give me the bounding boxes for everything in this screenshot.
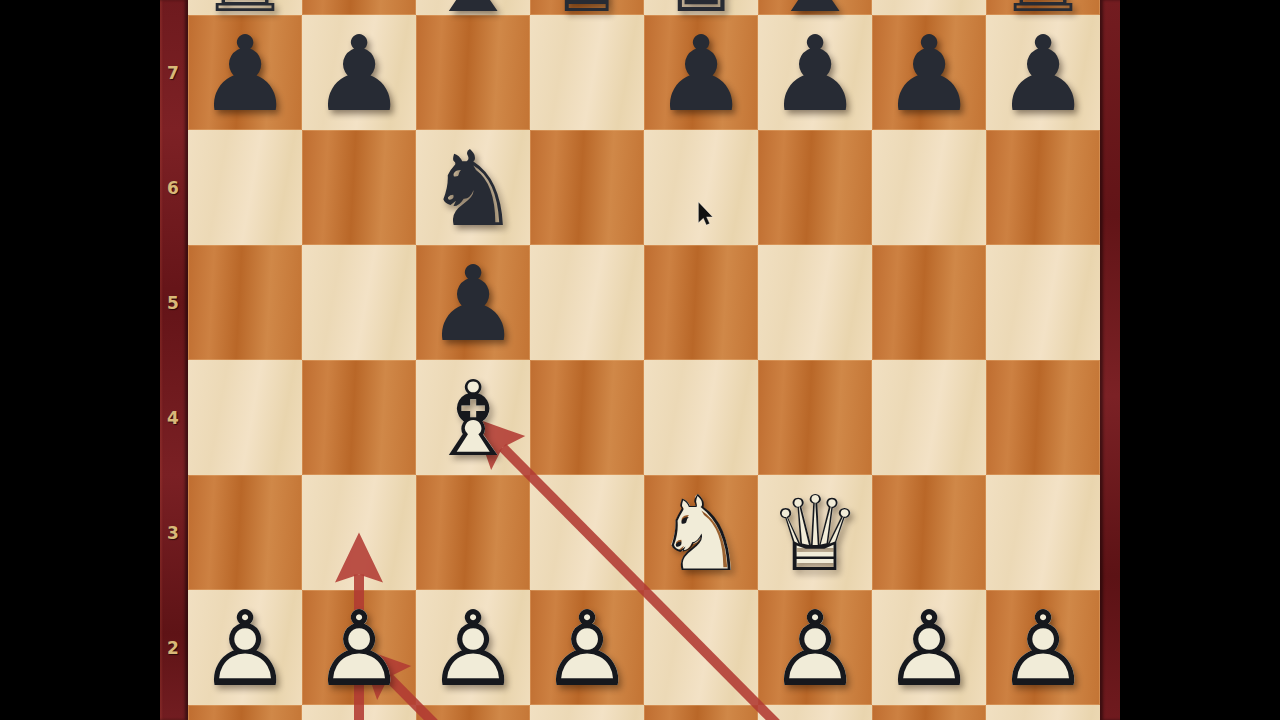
black-queen-glyph: ♛ xyxy=(530,0,644,31)
white-pawn-outline: ♙ xyxy=(530,590,644,705)
square-h3[interactable] xyxy=(986,475,1100,590)
square-e4[interactable] xyxy=(644,360,758,475)
piece-white-pawn-a2[interactable]: ♟♙ xyxy=(188,590,302,705)
piece-white-pawn-d2[interactable]: ♟♙ xyxy=(530,590,644,705)
white-pawn-outline: ♙ xyxy=(872,590,986,705)
square-b3[interactable] xyxy=(302,475,416,590)
black-pawn-glyph: ♟ xyxy=(188,15,302,130)
black-knight-glyph: ♞ xyxy=(416,130,530,245)
square-h6[interactable] xyxy=(986,130,1100,245)
board-left-border: 765432 xyxy=(160,0,188,720)
piece-white-bishop-c4[interactable]: ♝♗ xyxy=(416,360,530,475)
piece-black-pawn-c5[interactable]: ♟ xyxy=(416,245,530,360)
square-e5[interactable] xyxy=(644,245,758,360)
piece-white-pawn-f2[interactable]: ♟♙ xyxy=(758,590,872,705)
piece-white-pawn-b2[interactable]: ♟♙ xyxy=(302,590,416,705)
square-c3[interactable] xyxy=(416,475,530,590)
board-squares-layer: ♜♝♛♚♝♜♟♟♟♟♟♟♞♟♝♗♞♘♛♕♟♙♟♙♟♙♟♙♟♙♟♙♟♙ xyxy=(188,0,1100,720)
white-pawn-outline: ♙ xyxy=(302,590,416,705)
square-d4[interactable] xyxy=(530,360,644,475)
white-pawn-outline: ♙ xyxy=(986,590,1100,705)
square-a5[interactable] xyxy=(188,245,302,360)
piece-white-pawn-h2[interactable]: ♟♙ xyxy=(986,590,1100,705)
white-bishop-outline: ♗ xyxy=(416,360,530,475)
piece-black-queen-d8[interactable]: ♛ xyxy=(530,0,644,31)
square-h5[interactable] xyxy=(986,245,1100,360)
white-pawn-outline: ♙ xyxy=(188,590,302,705)
square-a4[interactable] xyxy=(188,360,302,475)
video-frame: 765432 ♜♝♛♚♝♜♟♟♟♟♟♟♞♟♝♗♞♘♛♕♟♙♟♙♟♙♟♙♟♙♟♙♟… xyxy=(0,0,1280,720)
square-d5[interactable] xyxy=(530,245,644,360)
square-e1[interactable] xyxy=(644,705,758,720)
rank-label-4: 4 xyxy=(160,408,186,428)
piece-black-bishop-c8[interactable]: ♝ xyxy=(416,0,530,31)
piece-white-queen-f3[interactable]: ♛♕ xyxy=(758,475,872,590)
piece-black-pawn-a7[interactable]: ♟ xyxy=(188,15,302,130)
white-pawn-outline: ♙ xyxy=(758,590,872,705)
square-h4[interactable] xyxy=(986,360,1100,475)
square-f5[interactable] xyxy=(758,245,872,360)
square-f4[interactable] xyxy=(758,360,872,475)
piece-white-pawn-c2[interactable]: ♟♙ xyxy=(416,590,530,705)
piece-white-knight-e3[interactable]: ♞♘ xyxy=(644,475,758,590)
black-pawn-glyph: ♟ xyxy=(758,15,872,130)
square-g3[interactable] xyxy=(872,475,986,590)
rank-label-6: 6 xyxy=(160,178,186,198)
white-pawn-outline: ♙ xyxy=(416,590,530,705)
square-g4[interactable] xyxy=(872,360,986,475)
black-pawn-glyph: ♟ xyxy=(872,15,986,130)
square-e6[interactable] xyxy=(644,130,758,245)
piece-black-pawn-g7[interactable]: ♟ xyxy=(872,15,986,130)
square-g6[interactable] xyxy=(872,130,986,245)
square-g5[interactable] xyxy=(872,245,986,360)
rank-label-7: 7 xyxy=(160,63,186,83)
square-b5[interactable] xyxy=(302,245,416,360)
square-a6[interactable] xyxy=(188,130,302,245)
piece-black-pawn-f7[interactable]: ♟ xyxy=(758,15,872,130)
black-pawn-glyph: ♟ xyxy=(986,15,1100,130)
black-pawn-glyph: ♟ xyxy=(302,15,416,130)
piece-black-pawn-h7[interactable]: ♟ xyxy=(986,15,1100,130)
chess-board: ♜♝♛♚♝♜♟♟♟♟♟♟♞♟♝♗♞♘♛♕♟♙♟♙♟♙♟♙♟♙♟♙♟♙ xyxy=(188,0,1100,720)
square-f6[interactable] xyxy=(758,130,872,245)
square-b6[interactable] xyxy=(302,130,416,245)
square-b4[interactable] xyxy=(302,360,416,475)
rank-label-3: 3 xyxy=(160,523,186,543)
black-pawn-glyph: ♟ xyxy=(644,15,758,130)
white-knight-outline: ♘ xyxy=(644,475,758,590)
white-queen-outline: ♕ xyxy=(758,475,872,590)
square-d3[interactable] xyxy=(530,475,644,590)
piece-black-pawn-b7[interactable]: ♟ xyxy=(302,15,416,130)
piece-black-pawn-e7[interactable]: ♟ xyxy=(644,15,758,130)
black-bishop-glyph: ♝ xyxy=(416,0,530,31)
square-d6[interactable] xyxy=(530,130,644,245)
square-e2[interactable] xyxy=(644,590,758,705)
rank-label-2: 2 xyxy=(160,638,186,658)
piece-black-knight-c6[interactable]: ♞ xyxy=(416,130,530,245)
square-a3[interactable] xyxy=(188,475,302,590)
black-pawn-glyph: ♟ xyxy=(416,245,530,360)
piece-white-pawn-g2[interactable]: ♟♙ xyxy=(872,590,986,705)
board-right-border xyxy=(1100,0,1120,720)
rank-label-5: 5 xyxy=(160,293,186,313)
